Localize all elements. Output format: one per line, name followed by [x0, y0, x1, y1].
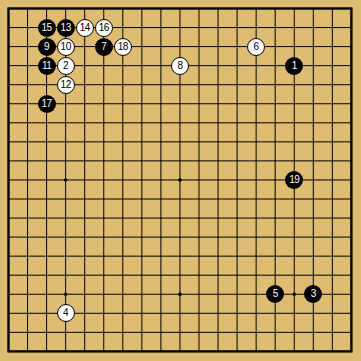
- black-stone-move-13: 13: [57, 19, 75, 37]
- star-point: [178, 292, 182, 296]
- black-stone-move-11: 11: [38, 57, 56, 75]
- star-point: [64, 178, 68, 182]
- white-stone-move-10: 10: [57, 38, 75, 56]
- black-stone-move-1: 1: [285, 57, 303, 75]
- white-stone-move-2: 2: [57, 57, 75, 75]
- black-stone-move-15: 15: [38, 19, 56, 37]
- white-stone-move-14: 14: [76, 19, 94, 37]
- white-stone-move-4: 4: [57, 304, 75, 322]
- white-stone-move-18: 18: [114, 38, 132, 56]
- board-grid: [0, 0, 361, 361]
- white-stone-move-6: 6: [247, 38, 265, 56]
- black-stone-move-17: 17: [38, 95, 56, 113]
- black-stone-move-7: 7: [95, 38, 113, 56]
- go-board: 12345678910111213141516171819: [0, 0, 361, 361]
- star-point: [292, 292, 296, 296]
- go-diagram: 12345678910111213141516171819: [0, 0, 361, 361]
- white-stone-move-8: 8: [171, 57, 189, 75]
- star-point: [178, 178, 182, 182]
- white-stone-move-12: 12: [57, 76, 75, 94]
- white-stone-move-16: 16: [95, 19, 113, 37]
- star-point: [64, 292, 68, 296]
- black-stone-move-9: 9: [38, 38, 56, 56]
